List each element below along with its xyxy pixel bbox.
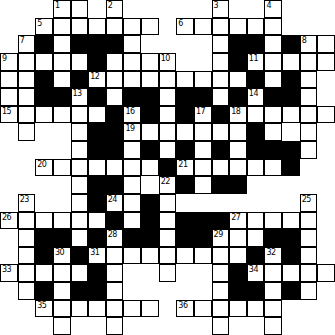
- clue-number: 20: [37, 160, 46, 169]
- crossword-cell-r5c12[interactable]: [212, 88, 230, 106]
- empty-background: [194, 317, 212, 335]
- block-cell-r14c4: [71, 247, 89, 265]
- empty-background: [194, 194, 212, 212]
- empty-background: [282, 176, 300, 194]
- block-cell-r5c5: [88, 88, 106, 106]
- crossword-cell-r1c6[interactable]: [106, 18, 124, 36]
- empty-background: [176, 317, 194, 335]
- clue-number: 31: [90, 248, 99, 257]
- block-cell-r2c4: [71, 35, 89, 53]
- block-cell-r5c7: [123, 88, 141, 106]
- crossword-cell-r16c1[interactable]: [18, 282, 36, 300]
- block-cell-r3c13: [229, 53, 247, 71]
- crossword-cell-r17c8[interactable]: [141, 300, 159, 318]
- empty-background: [141, 317, 159, 335]
- block-cell-r7c14: [247, 123, 265, 141]
- crossword-cell-r4c8[interactable]: [141, 71, 159, 89]
- block-cell-r6c10: [176, 106, 194, 124]
- empty-background: [247, 176, 265, 194]
- crossword-cell-r9c4[interactable]: [71, 159, 89, 177]
- crossword-cell-r16c12[interactable]: [212, 282, 230, 300]
- crossword-cell-r14c1[interactable]: [18, 247, 36, 265]
- crossword-cell-r7c9[interactable]: [159, 123, 177, 141]
- crossword-cell-r17c10[interactable]: 36: [176, 300, 194, 318]
- crossword-cell-r6c16[interactable]: [282, 106, 300, 124]
- crossword-cell-r4c9[interactable]: [159, 71, 177, 89]
- clue-number: 10: [161, 54, 170, 63]
- crossword-cell-r13c17[interactable]: [300, 229, 318, 247]
- crossword-cell-r7c4[interactable]: [71, 123, 89, 141]
- crossword-cell-r13c4[interactable]: [71, 229, 89, 247]
- crossword-cell-r2c7[interactable]: [123, 35, 141, 53]
- crossword-cell-r5c1[interactable]: [18, 88, 36, 106]
- crossword-cell-r15c14[interactable]: 34: [247, 264, 265, 282]
- clue-number: 17: [196, 107, 205, 116]
- clue-number: 4: [266, 1, 271, 10]
- crossword-cell-r12c3[interactable]: [53, 212, 71, 230]
- crossword-cell-r4c7[interactable]: [123, 71, 141, 89]
- crossword-cell-r5c0[interactable]: [0, 88, 18, 106]
- crossword-cell-r6c7[interactable]: 16: [123, 106, 141, 124]
- crossword-cell-r7c13[interactable]: [229, 123, 247, 141]
- block-cell-r5c2: [35, 88, 53, 106]
- crossword-cell-r3c7[interactable]: [123, 53, 141, 71]
- crossword-cell-r3c2[interactable]: [35, 53, 53, 71]
- crossword-cell-r13c6[interactable]: 28: [106, 229, 124, 247]
- block-cell-r5c10: [176, 88, 194, 106]
- empty-background: [300, 300, 318, 318]
- empty-background: [159, 35, 177, 53]
- empty-background: [176, 194, 194, 212]
- crossword-cell-r6c17[interactable]: [300, 106, 318, 124]
- crossword-cell-r8c4[interactable]: [71, 141, 89, 159]
- crossword-cell-r1c12[interactable]: [212, 18, 230, 36]
- crossword-cell-r4c0[interactable]: [0, 71, 18, 89]
- crossword-cell-r7c15[interactable]: [264, 123, 282, 141]
- crossword-cell-r13c9[interactable]: [159, 229, 177, 247]
- crossword-cell-r8c13[interactable]: [229, 141, 247, 159]
- crossword-cell-r15c4[interactable]: [71, 264, 89, 282]
- crossword-cell-r12c9[interactable]: [159, 212, 177, 230]
- empty-background: [35, 141, 53, 159]
- crossword-cell-r6c4[interactable]: [71, 106, 89, 124]
- empty-background: [35, 176, 53, 194]
- empty-background: [317, 0, 335, 18]
- crossword-cell-r2c3[interactable]: [53, 35, 71, 53]
- crossword-cell-r7c7[interactable]: 19: [123, 123, 141, 141]
- block-cell-r13c8: [141, 229, 159, 247]
- crossword-cell-r0c3[interactable]: 1: [53, 0, 71, 18]
- crossword-cell-r1c13[interactable]: [229, 18, 247, 36]
- crossword-cell-r15c17[interactable]: [300, 264, 318, 282]
- crossword-cell-r7c17[interactable]: [300, 123, 318, 141]
- crossword-cell-r7c10[interactable]: [176, 123, 194, 141]
- crossword-cell-r6c18[interactable]: [317, 106, 335, 124]
- block-cell-r13c5: [88, 229, 106, 247]
- crossword-cell-r6c3[interactable]: [53, 106, 71, 124]
- block-cell-r2c13: [229, 35, 247, 53]
- block-cell-r16c4: [71, 282, 89, 300]
- empty-background: [0, 282, 18, 300]
- crossword-cell-r3c6[interactable]: [106, 53, 124, 71]
- crossword-cell-r4c11[interactable]: [194, 71, 212, 89]
- crossword-cell-r17c7[interactable]: [123, 300, 141, 318]
- block-cell-r4c14: [247, 71, 265, 89]
- crossword-cell-r8c7[interactable]: [123, 141, 141, 159]
- empty-background: [18, 18, 36, 36]
- crossword-cell-r9c14[interactable]: [247, 159, 265, 177]
- empty-background: [229, 194, 247, 212]
- crossword-cell-r9c15[interactable]: [264, 159, 282, 177]
- crossword-cell-r5c17[interactable]: [300, 88, 318, 106]
- crossword-cell-r2c18[interactable]: [317, 35, 335, 53]
- crossword-cell-r3c4[interactable]: [71, 53, 89, 71]
- crossword-cell-r17c6[interactable]: [106, 300, 124, 318]
- crossword-cell-r14c9[interactable]: [159, 247, 177, 265]
- crossword-cell-r11c7[interactable]: [123, 194, 141, 212]
- crossword-cell-r6c13[interactable]: 18: [229, 106, 247, 124]
- crossword-cell-r6c5[interactable]: [88, 106, 106, 124]
- crossword-cell-r12c13[interactable]: 27: [229, 212, 247, 230]
- crossword-cell-r1c11[interactable]: [194, 18, 212, 36]
- crossword-cell-r12c15[interactable]: [264, 212, 282, 230]
- crossword-cell-r2c15[interactable]: [264, 35, 282, 53]
- crossword-cell-r5c4[interactable]: 13: [71, 88, 89, 106]
- clue-number: 22: [161, 177, 170, 186]
- crossword-cell-r4c6[interactable]: [106, 71, 124, 89]
- crossword-cell-r4c13[interactable]: [229, 71, 247, 89]
- empty-background: [194, 53, 212, 71]
- crossword-cell-r3c16[interactable]: [282, 53, 300, 71]
- crossword-cell-r1c5[interactable]: [88, 18, 106, 36]
- clue-number: 11: [249, 54, 258, 63]
- crossword-cell-r17c2[interactable]: 35: [35, 300, 53, 318]
- block-cell-r13c16: [282, 229, 300, 247]
- crossword-cell-r9c6[interactable]: [106, 159, 124, 177]
- crossword-cell-r16c15[interactable]: [264, 282, 282, 300]
- crossword-cell-r18c3[interactable]: [53, 317, 71, 335]
- crossword-cell-r3c3[interactable]: [53, 53, 71, 71]
- crossword-cell-r17c5[interactable]: [88, 300, 106, 318]
- crossword-cell-r13c13[interactable]: [229, 229, 247, 247]
- crossword-cell-r4c17[interactable]: [300, 71, 318, 89]
- block-cell-r12c8: [141, 212, 159, 230]
- crossword-cell-r4c3[interactable]: [53, 71, 71, 89]
- crossword-cell-r6c11[interactable]: 17: [194, 106, 212, 124]
- empty-background: [282, 18, 300, 36]
- crossword-cell-r4c1[interactable]: [18, 71, 36, 89]
- crossword-cell-r6c2[interactable]: [35, 106, 53, 124]
- empty-background: [282, 123, 300, 141]
- crossword-cell-r17c15[interactable]: [264, 300, 282, 318]
- crossword-cell-r12c0[interactable]: 26: [0, 212, 18, 230]
- crossword-cell-r17c12[interactable]: [212, 300, 230, 318]
- block-cell-r10c13: [229, 176, 247, 194]
- empty-background: [71, 317, 89, 335]
- block-cell-r16c16: [282, 282, 300, 300]
- crossword-cell-r10c7[interactable]: [123, 176, 141, 194]
- crossword-cell-r15c18[interactable]: [317, 264, 335, 282]
- crossword-cell-r1c15[interactable]: [264, 18, 282, 36]
- crossword-cell-r6c1[interactable]: [18, 106, 36, 124]
- crossword-cell-r3c15[interactable]: [264, 53, 282, 71]
- clue-number: 6: [178, 19, 183, 28]
- block-cell-r13c10: [176, 229, 194, 247]
- block-cell-r8c15: [264, 141, 282, 159]
- empty-background: [141, 176, 159, 194]
- empty-background: [317, 212, 335, 230]
- empty-background: [264, 194, 282, 212]
- crossword-cell-r3c14[interactable]: 11: [247, 53, 265, 71]
- crossword-cell-r6c0[interactable]: 15: [0, 106, 18, 124]
- empty-background: [176, 35, 194, 53]
- crossword-cell-r4c12[interactable]: [212, 71, 230, 89]
- crossword-cell-r12c5[interactable]: [88, 212, 106, 230]
- clue-number: 12: [90, 72, 99, 81]
- crossword-cell-r7c1[interactable]: [18, 123, 36, 141]
- crossword-cell-r14c13[interactable]: [229, 247, 247, 265]
- empty-background: [53, 176, 71, 194]
- crossword-cell-r0c4[interactable]: [71, 0, 89, 18]
- crossword-cell-r3c12[interactable]: [212, 53, 230, 71]
- crossword-cell-r12c16[interactable]: [282, 212, 300, 230]
- crossword-cell-r16c17[interactable]: [300, 282, 318, 300]
- crossword-cell-r17c4[interactable]: [71, 300, 89, 318]
- crossword-cell-r17c3[interactable]: [53, 300, 71, 318]
- crossword-cell-r1c10[interactable]: 6: [176, 18, 194, 36]
- crossword-cell-r3c9[interactable]: 10: [159, 53, 177, 71]
- crossword-cell-r15c9[interactable]: [159, 264, 177, 282]
- crossword-cell-r15c2[interactable]: [35, 264, 53, 282]
- crossword-cell-r6c15[interactable]: [264, 106, 282, 124]
- crossword-cell-r4c15[interactable]: [264, 71, 282, 89]
- empty-background: [123, 317, 141, 335]
- crossword-cell-r1c8[interactable]: [141, 18, 159, 36]
- empty-background: [300, 176, 318, 194]
- empty-background: [123, 282, 141, 300]
- crossword-cell-r6c14[interactable]: [247, 106, 265, 124]
- crossword-cell-r11c6[interactable]: 24: [106, 194, 124, 212]
- crossword-cell-r8c9[interactable]: [159, 141, 177, 159]
- clue-number: 27: [231, 213, 240, 222]
- empty-background: [0, 229, 18, 247]
- clue-number: 7: [20, 36, 25, 45]
- crossword-cell-r9c10[interactable]: 21: [176, 159, 194, 177]
- crossword-cell-r15c15[interactable]: [264, 264, 282, 282]
- crossword-cell-r5c9[interactable]: [159, 88, 177, 106]
- crossword-cell-r11c1[interactable]: 23: [18, 194, 36, 212]
- empty-background: [300, 18, 318, 36]
- empty-background: [247, 317, 265, 335]
- block-cell-r5c8: [141, 88, 159, 106]
- crossword-cell-r1c14[interactable]: [247, 18, 265, 36]
- empty-background: [317, 141, 335, 159]
- crossword-cell-r4c5[interactable]: 12: [88, 71, 106, 89]
- empty-background: [317, 194, 335, 212]
- crossword-cell-r12c7[interactable]: [123, 212, 141, 230]
- crossword-cell-r15c6[interactable]: [106, 264, 124, 282]
- crossword-cell-r17c13[interactable]: [229, 300, 247, 318]
- block-cell-r7c5: [88, 123, 106, 141]
- clue-number: 14: [249, 89, 258, 98]
- crossword-cell-r13c12[interactable]: 29: [212, 229, 230, 247]
- block-cell-r13c11: [194, 229, 212, 247]
- crossword-cell-r4c10[interactable]: [176, 71, 194, 89]
- clue-number: 16: [125, 107, 134, 116]
- crossword-cell-r11c17[interactable]: 25: [300, 194, 318, 212]
- crossword-cell-r5c6[interactable]: [106, 88, 124, 106]
- crossword-cell-r15c0[interactable]: 33: [0, 264, 18, 282]
- crossword-cell-r0c6[interactable]: 2: [106, 0, 124, 18]
- crossword-cell-r17c14[interactable]: [247, 300, 265, 318]
- empty-background: [317, 247, 335, 265]
- clue-number: 18: [231, 107, 240, 116]
- block-cell-r9c9: [159, 159, 177, 177]
- crossword-cell-r18c12[interactable]: [212, 317, 230, 335]
- empty-background: [35, 194, 53, 212]
- empty-background: [18, 300, 36, 318]
- crossword-cell-r15c1[interactable]: [18, 264, 36, 282]
- empty-background: [247, 0, 265, 18]
- crossword-cell-r12c4[interactable]: [71, 212, 89, 230]
- crossword-cell-r7c11[interactable]: [194, 123, 212, 141]
- crossword-cell-r0c15[interactable]: 4: [264, 0, 282, 18]
- crossword-cell-r14c10[interactable]: [176, 247, 194, 265]
- crossword-cell-r14c7[interactable]: [123, 247, 141, 265]
- empty-background: [300, 0, 318, 18]
- crossword-cell-r15c3[interactable]: [53, 264, 71, 282]
- crossword-cell-r3c1[interactable]: [18, 53, 36, 71]
- crossword-cell-r12c2[interactable]: [35, 212, 53, 230]
- crossword-cell-r2c1[interactable]: 7: [18, 35, 36, 53]
- block-cell-r16c5: [88, 282, 106, 300]
- crossword-cell-r9c5[interactable]: [88, 159, 106, 177]
- empty-background: [0, 300, 18, 318]
- crossword-cell-r7c12[interactable]: [212, 123, 230, 141]
- block-cell-r16c13: [229, 282, 247, 300]
- block-cell-r6c6: [106, 106, 124, 124]
- block-cell-r9c16: [282, 159, 300, 177]
- crossword-cell-r10c9[interactable]: 22: [159, 176, 177, 194]
- empty-background: [176, 264, 194, 282]
- block-cell-r14c14: [247, 247, 265, 265]
- crossword-cell-r14c8[interactable]: [141, 247, 159, 265]
- block-cell-r8c10: [176, 141, 194, 159]
- crossword-cell-r3c8[interactable]: [141, 53, 159, 71]
- empty-background: [317, 71, 335, 89]
- crossword-cell-r3c18[interactable]: [317, 53, 335, 71]
- block-cell-r16c14: [247, 282, 265, 300]
- crossword-cell-r14c6[interactable]: [106, 247, 124, 265]
- block-cell-r8c5: [88, 141, 106, 159]
- clue-number: 19: [125, 124, 134, 133]
- crossword-cell-r2c12[interactable]: [212, 35, 230, 53]
- block-cell-r12c12: [212, 212, 230, 230]
- block-cell-r8c6: [106, 141, 124, 159]
- block-cell-r15c13: [229, 264, 247, 282]
- crossword-cell-r10c4[interactable]: [71, 176, 89, 194]
- crossword-cell-r11c4[interactable]: [71, 194, 89, 212]
- crossword-cell-r1c4[interactable]: [71, 18, 89, 36]
- crossword-cell-r6c9[interactable]: [159, 106, 177, 124]
- crossword-cell-r18c6[interactable]: [106, 317, 124, 335]
- crossword-cell-r9c3[interactable]: [53, 159, 71, 177]
- empty-background: [317, 229, 335, 247]
- crossword-cell-r1c2[interactable]: 5: [35, 18, 53, 36]
- crossword-cell-r3c0[interactable]: 9: [0, 53, 18, 71]
- crossword-cell-r14c12[interactable]: [212, 247, 230, 265]
- block-cell-r5c15: [264, 88, 282, 106]
- crossword-cell-r1c3[interactable]: [53, 18, 71, 36]
- crossword-cell-r8c11[interactable]: [194, 141, 212, 159]
- empty-background: [0, 18, 18, 36]
- crossword-cell-r8c17[interactable]: [300, 141, 318, 159]
- crossword-cell-r13c1[interactable]: [18, 229, 36, 247]
- crossword-cell-r0c12[interactable]: 3: [212, 0, 230, 18]
- block-cell-r14c16: [282, 247, 300, 265]
- block-cell-r5c16: [282, 88, 300, 106]
- block-cell-r13c7: [123, 229, 141, 247]
- crossword-cell-r15c12[interactable]: [212, 264, 230, 282]
- crossword-cell-r14c3[interactable]: 30: [53, 247, 71, 265]
- crossword-cell-r14c11[interactable]: [194, 247, 212, 265]
- empty-background: [247, 194, 265, 212]
- crossword-cell-r12c1[interactable]: [18, 212, 36, 230]
- crossword-cell-r9c2[interactable]: 20: [35, 159, 53, 177]
- crossword-cell-r16c6[interactable]: [106, 282, 124, 300]
- crossword-cell-r11c9[interactable]: [159, 194, 177, 212]
- crossword-cell-r9c13[interactable]: [229, 159, 247, 177]
- empty-background: [317, 88, 335, 106]
- empty-background: [194, 35, 212, 53]
- crossword-cell-r14c17[interactable]: [300, 247, 318, 265]
- block-cell-r2c5: [88, 35, 106, 53]
- crossword-cell-r12c17[interactable]: [300, 212, 318, 230]
- crossword-cell-r12c14[interactable]: [247, 212, 265, 230]
- empty-background: [317, 18, 335, 36]
- block-cell-r4c2: [35, 71, 53, 89]
- clue-number: 25: [302, 195, 311, 204]
- crossword-cell-r17c11[interactable]: [194, 300, 212, 318]
- crossword-cell-r9c7[interactable]: [123, 159, 141, 177]
- block-cell-r14c2: [35, 247, 53, 265]
- block-cell-r10c10: [176, 176, 194, 194]
- crossword-cell-r9c8[interactable]: [141, 159, 159, 177]
- crossword-cell-r9c11[interactable]: [194, 159, 212, 177]
- crossword-cell-r1c7[interactable]: [123, 18, 141, 36]
- empty-background: [317, 300, 335, 318]
- crossword-cell-r15c16[interactable]: [282, 264, 300, 282]
- crossword-cell-r3c17[interactable]: [300, 53, 318, 71]
- crossword-cell-r14c5[interactable]: 31: [88, 247, 106, 265]
- crossword-cell-r14c15[interactable]: 32: [264, 247, 282, 265]
- empty-background: [141, 282, 159, 300]
- crossword-cell-r2c17[interactable]: 8: [300, 35, 318, 53]
- crossword-cell-r16c3[interactable]: [53, 282, 71, 300]
- clue-number: 5: [37, 19, 42, 28]
- empty-background: [229, 317, 247, 335]
- block-cell-r4c4: [71, 71, 89, 89]
- crossword-cell-r10c11[interactable]: [194, 176, 212, 194]
- crossword-cell-r13c14[interactable]: [247, 229, 265, 247]
- empty-background: [88, 317, 106, 335]
- crossword-cell-r9c12[interactable]: [212, 159, 230, 177]
- crossword-cell-r18c15[interactable]: [264, 317, 282, 335]
- empty-background: [0, 176, 18, 194]
- crossword-cell-r5c14[interactable]: 14: [247, 88, 265, 106]
- empty-background: [35, 123, 53, 141]
- crossword-cell-r7c8[interactable]: [141, 123, 159, 141]
